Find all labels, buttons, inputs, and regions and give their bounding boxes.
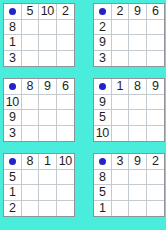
answer-cell[interactable] [22, 95, 40, 111]
col-header-cell: 2 [147, 154, 165, 170]
answer-cell[interactable] [22, 20, 40, 36]
answer-cell[interactable] [147, 185, 165, 201]
answer-cell[interactable] [112, 51, 130, 67]
answer-cell[interactable] [57, 35, 75, 51]
answer-cell[interactable] [129, 185, 147, 201]
answer-cell[interactable] [22, 35, 40, 51]
answer-cell[interactable] [39, 95, 57, 111]
operator-cell [94, 79, 112, 95]
multiplication-grid-1: 5 10 2 8 1 3 [3, 3, 75, 67]
multiplication-grid-5: 8 1 10 5 1 2 [3, 153, 75, 217]
answer-cell[interactable] [112, 20, 130, 36]
answer-cell[interactable] [57, 185, 75, 201]
answer-cell[interactable] [57, 170, 75, 186]
answer-cell[interactable] [147, 20, 165, 36]
col-header-cell: 1 [39, 154, 57, 170]
answer-cell[interactable] [57, 20, 75, 36]
col-header-cell: 2 [112, 4, 130, 20]
answer-cell[interactable] [57, 51, 75, 67]
answer-cell[interactable] [147, 126, 165, 142]
multiplication-grid-2: 2 9 6 2 9 3 [93, 3, 165, 67]
answer-cell[interactable] [57, 95, 75, 111]
answer-cell[interactable] [39, 110, 57, 126]
answer-cell[interactable] [112, 126, 130, 142]
row-header-cell: 3 [94, 51, 112, 67]
answer-cell[interactable] [112, 95, 130, 111]
answer-cell[interactable] [22, 201, 40, 217]
answer-cell[interactable] [112, 170, 130, 186]
multiply-dot-icon [99, 8, 106, 15]
operator-cell [94, 4, 112, 20]
answer-cell[interactable] [147, 110, 165, 126]
row-header-cell: 8 [94, 170, 112, 186]
answer-cell[interactable] [39, 35, 57, 51]
answer-cell[interactable] [147, 95, 165, 111]
answer-cell[interactable] [112, 201, 130, 217]
col-header-cell: 8 [22, 154, 40, 170]
operator-cell [4, 4, 22, 20]
col-header-cell: 8 [22, 79, 40, 95]
multiply-dot-icon [9, 158, 16, 165]
operator-cell [4, 154, 22, 170]
answer-cell[interactable] [39, 201, 57, 217]
operator-cell [4, 79, 22, 95]
multiplication-grid-3: 8 9 6 10 9 3 [3, 78, 75, 142]
answer-cell[interactable] [129, 51, 147, 67]
answer-cell[interactable] [147, 201, 165, 217]
row-header-cell: 9 [94, 35, 112, 51]
answer-cell[interactable] [39, 51, 57, 67]
answer-cell[interactable] [129, 110, 147, 126]
answer-cell[interactable] [57, 110, 75, 126]
row-header-cell: 5 [94, 110, 112, 126]
col-header-cell: 1 [112, 79, 130, 95]
operator-cell [94, 154, 112, 170]
answer-cell[interactable] [129, 126, 147, 142]
col-header-cell: 9 [129, 154, 147, 170]
row-header-cell: 3 [4, 126, 22, 142]
answer-cell[interactable] [57, 126, 75, 142]
answer-cell[interactable] [112, 110, 130, 126]
row-header-cell: 10 [94, 126, 112, 142]
col-header-cell: 6 [57, 79, 75, 95]
answer-cell[interactable] [22, 51, 40, 67]
answer-cell[interactable] [129, 35, 147, 51]
col-header-cell: 5 [22, 4, 40, 20]
answer-cell[interactable] [22, 110, 40, 126]
row-header-cell: 2 [94, 20, 112, 36]
col-header-cell: 10 [39, 4, 57, 20]
answer-cell[interactable] [39, 185, 57, 201]
answer-cell[interactable] [22, 185, 40, 201]
multiplication-grid-6: 3 9 2 8 5 1 [93, 153, 165, 217]
row-header-cell: 3 [4, 51, 22, 67]
answer-cell[interactable] [22, 126, 40, 142]
col-header-cell: 8 [129, 79, 147, 95]
answer-cell[interactable] [112, 185, 130, 201]
answer-cell[interactable] [129, 201, 147, 217]
answer-cell[interactable] [147, 51, 165, 67]
col-header-cell: 9 [129, 4, 147, 20]
multiply-dot-icon [99, 83, 106, 90]
answer-cell[interactable] [112, 35, 130, 51]
row-header-cell: 1 [4, 185, 22, 201]
col-header-cell: 3 [112, 154, 130, 170]
multiply-dot-icon [9, 83, 16, 90]
row-header-cell: 2 [4, 201, 22, 217]
multiplication-grid-4: 1 8 9 9 5 10 [93, 78, 165, 142]
answer-cell[interactable] [129, 95, 147, 111]
answer-cell[interactable] [129, 20, 147, 36]
answer-cell[interactable] [39, 20, 57, 36]
row-header-cell: 5 [94, 185, 112, 201]
col-header-cell: 10 [57, 154, 75, 170]
row-header-cell: 9 [4, 110, 22, 126]
row-header-cell: 1 [94, 201, 112, 217]
answer-cell[interactable] [39, 126, 57, 142]
answer-cell[interactable] [57, 201, 75, 217]
row-header-cell: 10 [4, 95, 22, 111]
col-header-cell: 9 [39, 79, 57, 95]
answer-cell[interactable] [22, 170, 40, 186]
worksheet: 5 10 2 8 1 3 2 9 6 2 9 3 8 9 [0, 0, 166, 217]
answer-cell[interactable] [39, 170, 57, 186]
answer-cell[interactable] [147, 35, 165, 51]
col-header-cell: 2 [57, 4, 75, 20]
answer-cell[interactable] [147, 170, 165, 186]
col-header-cell: 6 [147, 4, 165, 20]
row-header-cell: 5 [4, 170, 22, 186]
col-header-cell: 9 [147, 79, 165, 95]
row-header-cell: 1 [4, 35, 22, 51]
row-header-cell: 8 [4, 20, 22, 36]
multiply-dot-icon [99, 158, 106, 165]
row-header-cell: 9 [94, 95, 112, 111]
answer-cell[interactable] [129, 170, 147, 186]
multiply-dot-icon [9, 8, 16, 15]
